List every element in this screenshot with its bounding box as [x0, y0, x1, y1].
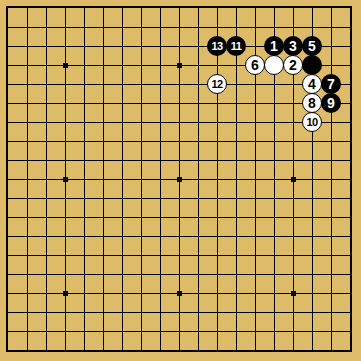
board-cell	[8, 65, 27, 84]
board-cell	[103, 179, 122, 198]
board-cell	[198, 274, 217, 293]
stone-black-3[interactable]: 3	[283, 36, 303, 56]
board-cell	[84, 141, 103, 160]
board-cell	[122, 84, 141, 103]
board-cell	[255, 198, 274, 217]
board-cell	[179, 84, 198, 103]
board-cell	[293, 198, 312, 217]
board-cell	[122, 255, 141, 274]
board-cell	[179, 198, 198, 217]
board-cell	[103, 141, 122, 160]
board-cell	[65, 122, 84, 141]
stone-black-r16[interactable]	[302, 55, 322, 75]
board-cell	[179, 312, 198, 331]
board-cell	[236, 84, 255, 103]
board-cell	[103, 217, 122, 236]
go-board[interactable]: 13111356212478910	[6, 6, 352, 352]
board-cell	[46, 8, 65, 27]
board-cell	[274, 255, 293, 274]
board-cell	[27, 65, 46, 84]
board-cell	[141, 255, 160, 274]
board-cell	[293, 255, 312, 274]
board-cell	[198, 312, 217, 331]
board-cell	[198, 331, 217, 350]
board-cell	[274, 312, 293, 331]
board-cell	[236, 312, 255, 331]
board-cell	[27, 217, 46, 236]
stone-black-9[interactable]: 9	[321, 93, 341, 113]
board-cell	[160, 84, 179, 103]
board-cell	[160, 217, 179, 236]
board-cell	[331, 217, 350, 236]
board-cell	[65, 27, 84, 46]
board-cell	[179, 217, 198, 236]
board-cell	[312, 8, 331, 27]
board-cell	[255, 293, 274, 312]
stone-white-4[interactable]: 4	[302, 74, 322, 94]
board-cell	[331, 331, 350, 350]
board-cell	[65, 255, 84, 274]
board-cell	[274, 141, 293, 160]
board-cell	[255, 312, 274, 331]
board-cell	[8, 274, 27, 293]
board-cell	[217, 198, 236, 217]
stone-move-number: 5	[308, 39, 316, 53]
board-cell	[84, 65, 103, 84]
stone-white-6[interactable]: 6	[245, 55, 265, 75]
board-cell	[122, 312, 141, 331]
board-cell	[255, 141, 274, 160]
board-cell	[198, 8, 217, 27]
board-cell	[179, 27, 198, 46]
board-cell	[198, 255, 217, 274]
board-cell	[236, 179, 255, 198]
board-cell	[103, 65, 122, 84]
board-cell	[331, 141, 350, 160]
board-cell	[331, 27, 350, 46]
board-cell	[274, 198, 293, 217]
board-cell	[293, 312, 312, 331]
board-cell	[160, 141, 179, 160]
board-cell	[122, 141, 141, 160]
board-cell	[84, 103, 103, 122]
stone-move-number: 11	[231, 41, 242, 52]
board-cell	[141, 103, 160, 122]
board-cell	[141, 293, 160, 312]
board-cell	[198, 198, 217, 217]
board-cell	[331, 198, 350, 217]
board-cell	[312, 141, 331, 160]
board-cell	[27, 312, 46, 331]
board-cell	[27, 293, 46, 312]
board-cell	[255, 217, 274, 236]
board-cell	[312, 274, 331, 293]
board-cell	[312, 179, 331, 198]
star-point	[177, 177, 182, 182]
board-cell	[103, 160, 122, 179]
board-cell	[122, 160, 141, 179]
board-cell	[103, 236, 122, 255]
board-cell	[27, 236, 46, 255]
board-cell	[312, 198, 331, 217]
board-cell	[8, 293, 27, 312]
board-cell	[217, 141, 236, 160]
board-cell	[198, 122, 217, 141]
board-cell	[293, 331, 312, 350]
board-cell	[217, 103, 236, 122]
board-cell	[236, 274, 255, 293]
board-cell	[103, 255, 122, 274]
board-cell	[84, 27, 103, 46]
board-cell	[236, 255, 255, 274]
board-cell	[331, 160, 350, 179]
board-cell	[65, 217, 84, 236]
board-cell	[160, 8, 179, 27]
board-cell	[160, 236, 179, 255]
board-cell	[27, 255, 46, 274]
board-cell	[331, 255, 350, 274]
star-point	[63, 291, 68, 296]
board-cell	[255, 160, 274, 179]
board-cell	[217, 236, 236, 255]
board-cell	[84, 255, 103, 274]
board-cell	[27, 274, 46, 293]
board-cell	[46, 198, 65, 217]
board-cell	[198, 141, 217, 160]
board-cell	[217, 331, 236, 350]
board-cell	[141, 198, 160, 217]
board-cell	[27, 122, 46, 141]
board-cell	[198, 103, 217, 122]
board-cell	[255, 236, 274, 255]
board-cell	[27, 46, 46, 65]
board-cell	[46, 217, 65, 236]
board-cell	[255, 331, 274, 350]
board-cell	[236, 198, 255, 217]
board-cell	[312, 293, 331, 312]
board-cell	[8, 84, 27, 103]
board-cell	[141, 8, 160, 27]
board-cell	[46, 84, 65, 103]
board-cell	[46, 236, 65, 255]
board-cell	[312, 217, 331, 236]
board-cell	[160, 103, 179, 122]
stone-move-number: 3	[289, 39, 297, 53]
board-cell	[255, 8, 274, 27]
board-cell	[236, 122, 255, 141]
stone-white-12[interactable]: 12	[207, 74, 227, 94]
stone-white-8[interactable]: 8	[302, 93, 322, 113]
board-cell	[198, 179, 217, 198]
board-cell	[217, 217, 236, 236]
stone-black-13[interactable]: 13	[207, 36, 227, 56]
board-cell	[122, 46, 141, 65]
board-cell	[8, 217, 27, 236]
board-cell	[103, 122, 122, 141]
board-cell	[65, 8, 84, 27]
board-cell	[8, 198, 27, 217]
stone-move-number: 7	[327, 77, 335, 91]
board-cell	[274, 217, 293, 236]
board-cell	[331, 179, 350, 198]
board-cell	[84, 160, 103, 179]
board-cell	[312, 255, 331, 274]
stone-move-number: 13	[211, 41, 222, 52]
board-cell	[236, 8, 255, 27]
board-cell	[46, 141, 65, 160]
board-cell	[46, 103, 65, 122]
stone-move-number: 6	[251, 58, 259, 72]
board-cell	[160, 122, 179, 141]
board-cell	[312, 236, 331, 255]
board-cell	[141, 65, 160, 84]
board-cell	[84, 293, 103, 312]
board-cell	[84, 274, 103, 293]
stone-white-2[interactable]: 2	[283, 55, 303, 75]
board-cell	[236, 236, 255, 255]
board-cell	[274, 331, 293, 350]
board-cell	[27, 84, 46, 103]
board-cell	[198, 217, 217, 236]
board-cell	[141, 331, 160, 350]
star-point	[291, 177, 296, 182]
board-cell	[84, 84, 103, 103]
board-cell	[122, 293, 141, 312]
board-cell	[217, 274, 236, 293]
board-cell	[8, 236, 27, 255]
board-cell	[65, 103, 84, 122]
board-cell	[331, 293, 350, 312]
board-cell	[331, 46, 350, 65]
board-cell	[8, 179, 27, 198]
go-diagram: 13111356212478910	[0, 0, 361, 361]
board-cell	[103, 331, 122, 350]
board-cell	[141, 84, 160, 103]
star-point	[177, 291, 182, 296]
board-cell	[236, 331, 255, 350]
board-cell	[46, 122, 65, 141]
board-cell	[141, 27, 160, 46]
board-cell	[274, 236, 293, 255]
board-cell	[122, 198, 141, 217]
board-cell	[103, 274, 122, 293]
board-cell	[331, 8, 350, 27]
board-cell	[255, 274, 274, 293]
board-cell	[122, 179, 141, 198]
stone-white-10[interactable]: 10	[302, 112, 322, 132]
board-cell	[179, 103, 198, 122]
board-cell	[179, 122, 198, 141]
star-point	[63, 177, 68, 182]
board-cell	[46, 27, 65, 46]
board-cell	[122, 331, 141, 350]
board-cell	[198, 160, 217, 179]
board-cell	[65, 84, 84, 103]
board-cell	[122, 65, 141, 84]
board-cell	[312, 160, 331, 179]
board-cell	[122, 122, 141, 141]
star-point	[291, 291, 296, 296]
board-cell	[8, 122, 27, 141]
board-cell	[84, 236, 103, 255]
board-cell	[179, 255, 198, 274]
board-cell	[255, 84, 274, 103]
board-cell	[122, 217, 141, 236]
board-cell	[8, 331, 27, 350]
board-cell	[312, 312, 331, 331]
stone-move-number: 1	[270, 39, 278, 53]
star-point	[177, 63, 182, 68]
board-cell	[217, 255, 236, 274]
board-cell	[27, 160, 46, 179]
board-cell	[65, 236, 84, 255]
board-cell	[46, 255, 65, 274]
board-cell	[8, 27, 27, 46]
board-cell	[236, 103, 255, 122]
stone-white-p16[interactable]	[264, 55, 284, 75]
board-cell	[27, 331, 46, 350]
board-cell	[141, 122, 160, 141]
board-cell	[160, 198, 179, 217]
board-cell	[160, 27, 179, 46]
board-cell	[198, 293, 217, 312]
board-cell	[65, 312, 84, 331]
stone-move-number: 12	[211, 79, 222, 90]
board-cell	[122, 103, 141, 122]
board-cell	[141, 312, 160, 331]
board-cell	[8, 141, 27, 160]
board-cell	[8, 8, 27, 27]
board-cell	[255, 255, 274, 274]
board-cell	[84, 46, 103, 65]
board-cell	[27, 27, 46, 46]
board-cell	[331, 274, 350, 293]
board-cell	[141, 217, 160, 236]
board-cell	[8, 312, 27, 331]
stone-black-11[interactable]: 11	[226, 36, 246, 56]
stone-move-number: 8	[308, 96, 316, 110]
stone-move-number: 10	[306, 117, 317, 128]
board-cell	[8, 160, 27, 179]
board-cell	[217, 293, 236, 312]
board-cell	[179, 236, 198, 255]
board-cell	[84, 217, 103, 236]
stone-black-1[interactable]: 1	[264, 36, 284, 56]
board-cell	[274, 103, 293, 122]
board-cell	[103, 293, 122, 312]
board-cell	[84, 312, 103, 331]
board-cell	[217, 179, 236, 198]
board-cell	[27, 198, 46, 217]
board-cell	[141, 141, 160, 160]
board-cell	[274, 8, 293, 27]
board-cell	[65, 141, 84, 160]
board-cell	[27, 8, 46, 27]
board-cell	[141, 160, 160, 179]
board-cell	[293, 217, 312, 236]
board-cell	[217, 160, 236, 179]
stone-move-number: 2	[289, 58, 297, 72]
board-cell	[217, 8, 236, 27]
board-cell	[141, 46, 160, 65]
board-cell	[8, 46, 27, 65]
board-cell	[103, 198, 122, 217]
board-cell	[236, 141, 255, 160]
board-cell	[236, 293, 255, 312]
board-cell	[141, 274, 160, 293]
board-cell	[122, 236, 141, 255]
board-cell	[103, 8, 122, 27]
board-cell	[179, 8, 198, 27]
board-cell	[84, 198, 103, 217]
board-cell	[84, 8, 103, 27]
board-cell	[198, 236, 217, 255]
board-cell	[46, 331, 65, 350]
board-cell	[122, 274, 141, 293]
board-cell	[217, 312, 236, 331]
board-cell	[160, 255, 179, 274]
board-cell	[65, 198, 84, 217]
board-cell	[160, 312, 179, 331]
board-cell	[27, 141, 46, 160]
board-cell	[141, 179, 160, 198]
board-cell	[141, 236, 160, 255]
board-cell	[103, 84, 122, 103]
board-cell	[331, 236, 350, 255]
board-cell	[331, 312, 350, 331]
board-cell	[103, 312, 122, 331]
board-cell	[27, 179, 46, 198]
board-cell	[312, 331, 331, 350]
board-cell	[293, 236, 312, 255]
board-cell	[103, 103, 122, 122]
board-cell	[160, 331, 179, 350]
board-cell	[236, 160, 255, 179]
board-cell	[255, 122, 274, 141]
board-cell	[8, 103, 27, 122]
board-cell	[122, 27, 141, 46]
board-cell	[65, 331, 84, 350]
board-cell	[255, 179, 274, 198]
board-cell	[122, 8, 141, 27]
stone-move-number: 9	[327, 96, 335, 110]
stone-black-7[interactable]: 7	[321, 74, 341, 94]
board-cell	[274, 122, 293, 141]
board-cell	[236, 217, 255, 236]
board-cell	[293, 141, 312, 160]
stone-move-number: 4	[308, 77, 316, 91]
board-cell	[84, 122, 103, 141]
board-cell	[8, 255, 27, 274]
board-cell	[293, 8, 312, 27]
star-point	[63, 63, 68, 68]
board-cell	[179, 141, 198, 160]
board-cell	[103, 27, 122, 46]
board-cell	[84, 179, 103, 198]
board-cell	[84, 331, 103, 350]
board-cell	[217, 122, 236, 141]
board-cell	[331, 122, 350, 141]
board-cell	[27, 103, 46, 122]
board-cell	[103, 46, 122, 65]
stone-black-5[interactable]: 5	[302, 36, 322, 56]
board-cell	[274, 84, 293, 103]
board-cell	[255, 103, 274, 122]
board-cell	[179, 331, 198, 350]
board-cell	[46, 312, 65, 331]
